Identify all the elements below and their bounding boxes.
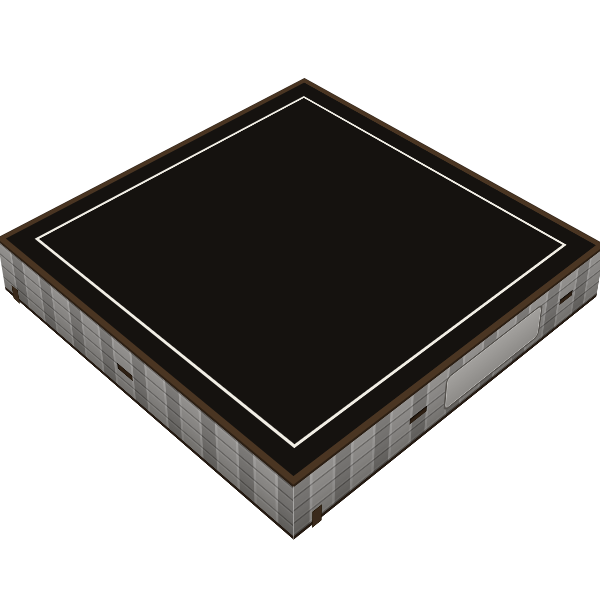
scene-3d	[0, 0, 600, 600]
clasp-tab[interactable]	[312, 504, 322, 528]
board-top-face	[0, 79, 600, 485]
chess-box	[5, 125, 596, 539]
pieces-layer	[39, 98, 563, 444]
latch-slot[interactable]	[410, 406, 427, 425]
clasp-tab[interactable]	[11, 285, 19, 304]
latch-slot[interactable]	[559, 290, 572, 305]
latch-slot[interactable]	[117, 363, 133, 381]
product-photo-stage	[0, 0, 600, 600]
